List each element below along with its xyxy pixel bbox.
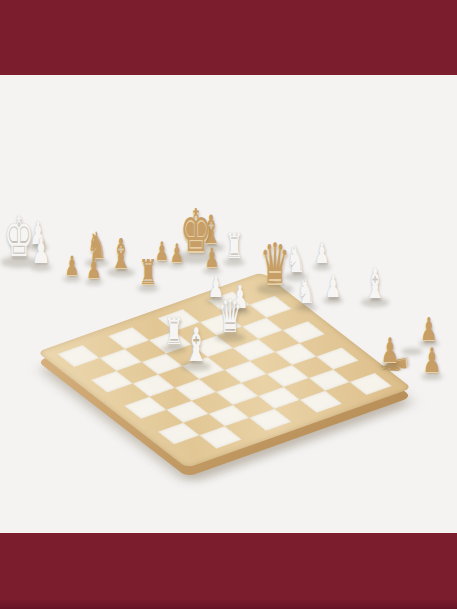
piece-shadow [401,348,423,355]
piece-white-pawn: ♟ [29,217,46,249]
piece-shadow [421,373,443,380]
piece-white-bishop-h2: ♝ [364,263,387,304]
piece-shadow [85,259,109,267]
top-banner [0,0,457,75]
piece-wood-pawn-d7: ♟ [155,239,169,265]
piece-wood-pawn-a7: ♟ [65,253,80,280]
piece-shadow [1,256,38,268]
piece-white-knight-g4: ♞ [286,242,306,279]
piece-shadow [30,264,52,271]
piece-white-pawn: ♟ [32,235,51,269]
piece-shadow [107,268,134,277]
piece-shadow [154,261,171,266]
piece-shadow [313,264,331,270]
piece-white-rook-f6: ♜ [225,230,244,264]
piece-shadow [198,243,224,251]
piece-white-king: ♚ [4,209,35,265]
piece-shadow [169,263,186,268]
page-root: ♟♟♞♝♜♟♟♚♝♟♛♜♞♞♟♟♝♟♟♛♝♜♚♟♟♟♟♟♞ [0,0,457,609]
piece-wood-knight-b8: ♞ [87,228,107,265]
piece-shadow [177,251,215,263]
piece-wood-pawn-e6: ♟ [205,245,220,272]
piece-white-pawn-h4: ♟ [314,240,329,268]
piece-shadow [203,268,221,274]
piece-shadow [323,297,343,304]
piece-wood-pawn: ♟ [420,313,437,345]
piece-shadow [223,259,245,266]
board-grid [57,283,391,458]
piece-shadow [419,340,440,347]
piece-wood-pawn-b7: ♟ [86,255,101,283]
piece-shadow [63,276,81,282]
piece-white-pawn-g2: ♟ [325,272,342,303]
product-photo[interactable]: ♟♟♞♝♜♟♟♚♝♟♛♜♞♞♟♟♝♟♟♛♝♜♚♟♟♟♟♟♞ [0,75,457,533]
piece-shadow [361,298,388,307]
piece-wood-rook-c6: ♜ [139,256,158,290]
piece-shadow [137,285,159,292]
piece-wood-pawn: ♟ [423,344,442,378]
piece-wood-bishop-c7: ♝ [110,233,133,274]
piece-wood-pawn-d6: ♟ [170,241,184,267]
piece-wood-pawn: ♟ [381,334,400,368]
chess-board [37,272,412,468]
piece-shadow [28,244,49,251]
piece-wood-king-e7: ♚ [180,201,212,260]
bottom-banner [0,533,457,609]
piece-wood-bishop-f7: ♝ [200,210,221,249]
piece-shadow [284,273,308,281]
piece-shadow [85,279,103,285]
